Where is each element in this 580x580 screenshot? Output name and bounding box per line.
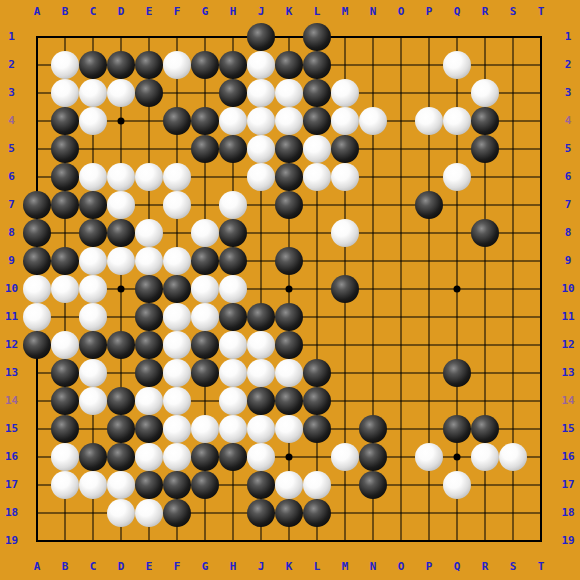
intersection-R14[interactable] <box>471 387 499 415</box>
intersection-K1[interactable] <box>275 23 303 51</box>
intersection-S17[interactable] <box>499 471 527 499</box>
intersection-M1[interactable] <box>331 23 359 51</box>
intersection-K16[interactable] <box>275 443 303 471</box>
intersection-R17[interactable] <box>471 471 499 499</box>
intersection-M13[interactable] <box>331 359 359 387</box>
intersection-L16[interactable] <box>303 443 331 471</box>
intersection-K17[interactable] <box>275 471 303 499</box>
intersection-E4[interactable] <box>135 107 163 135</box>
intersection-C2[interactable] <box>79 51 107 79</box>
intersection-A1[interactable] <box>23 23 51 51</box>
intersection-D15[interactable] <box>107 415 135 443</box>
intersection-K7[interactable] <box>275 191 303 219</box>
intersection-Q7[interactable] <box>443 191 471 219</box>
intersection-O1[interactable] <box>387 23 415 51</box>
intersection-G18[interactable] <box>191 499 219 527</box>
intersection-P12[interactable] <box>415 331 443 359</box>
intersection-F18[interactable] <box>163 499 191 527</box>
intersection-O17[interactable] <box>387 471 415 499</box>
intersection-N15[interactable] <box>359 415 387 443</box>
intersection-Q12[interactable] <box>443 331 471 359</box>
intersection-M14[interactable] <box>331 387 359 415</box>
intersection-G7[interactable] <box>191 191 219 219</box>
intersection-K18[interactable] <box>275 499 303 527</box>
intersection-N19[interactable] <box>359 527 387 555</box>
intersection-E16[interactable] <box>135 443 163 471</box>
intersection-H16[interactable] <box>219 443 247 471</box>
intersection-D3[interactable] <box>107 79 135 107</box>
intersection-S3[interactable] <box>499 79 527 107</box>
intersection-K6[interactable] <box>275 163 303 191</box>
intersection-R6[interactable] <box>471 163 499 191</box>
intersection-K4[interactable] <box>275 107 303 135</box>
intersection-Q10[interactable] <box>443 275 471 303</box>
intersection-F7[interactable] <box>163 191 191 219</box>
intersection-C10[interactable] <box>79 275 107 303</box>
intersection-Q4[interactable] <box>443 107 471 135</box>
intersection-K13[interactable] <box>275 359 303 387</box>
intersection-M2[interactable] <box>331 51 359 79</box>
intersection-A15[interactable] <box>23 415 51 443</box>
intersection-Q13[interactable] <box>443 359 471 387</box>
intersection-F9[interactable] <box>163 247 191 275</box>
intersection-N14[interactable] <box>359 387 387 415</box>
intersection-Q11[interactable] <box>443 303 471 331</box>
intersection-A4[interactable] <box>23 107 51 135</box>
intersection-O6[interactable] <box>387 163 415 191</box>
intersection-O10[interactable] <box>387 275 415 303</box>
intersection-M10[interactable] <box>331 275 359 303</box>
intersection-K12[interactable] <box>275 331 303 359</box>
intersection-P17[interactable] <box>415 471 443 499</box>
intersection-T6[interactable] <box>527 163 555 191</box>
intersection-N4[interactable] <box>359 107 387 135</box>
intersection-J4[interactable] <box>247 107 275 135</box>
intersection-D14[interactable] <box>107 387 135 415</box>
intersection-P11[interactable] <box>415 303 443 331</box>
intersection-H8[interactable] <box>219 219 247 247</box>
intersection-F17[interactable] <box>163 471 191 499</box>
intersection-T15[interactable] <box>527 415 555 443</box>
intersection-F15[interactable] <box>163 415 191 443</box>
intersection-T3[interactable] <box>527 79 555 107</box>
intersection-E10[interactable] <box>135 275 163 303</box>
intersection-O2[interactable] <box>387 51 415 79</box>
intersection-N17[interactable] <box>359 471 387 499</box>
intersection-A2[interactable] <box>23 51 51 79</box>
intersection-M12[interactable] <box>331 331 359 359</box>
intersection-T10[interactable] <box>527 275 555 303</box>
intersection-A3[interactable] <box>23 79 51 107</box>
intersection-G4[interactable] <box>191 107 219 135</box>
intersection-D4[interactable] <box>107 107 135 135</box>
intersection-G5[interactable] <box>191 135 219 163</box>
intersection-B11[interactable] <box>51 303 79 331</box>
intersection-G12[interactable] <box>191 331 219 359</box>
intersection-A5[interactable] <box>23 135 51 163</box>
intersection-J5[interactable] <box>247 135 275 163</box>
intersection-L8[interactable] <box>303 219 331 247</box>
intersection-F6[interactable] <box>163 163 191 191</box>
intersection-G1[interactable] <box>191 23 219 51</box>
intersection-L14[interactable] <box>303 387 331 415</box>
intersection-T18[interactable] <box>527 499 555 527</box>
intersection-J11[interactable] <box>247 303 275 331</box>
intersection-O15[interactable] <box>387 415 415 443</box>
intersection-H5[interactable] <box>219 135 247 163</box>
intersection-R10[interactable] <box>471 275 499 303</box>
intersection-E17[interactable] <box>135 471 163 499</box>
intersection-R7[interactable] <box>471 191 499 219</box>
intersection-F14[interactable] <box>163 387 191 415</box>
intersection-F1[interactable] <box>163 23 191 51</box>
intersection-F12[interactable] <box>163 331 191 359</box>
intersection-Q17[interactable] <box>443 471 471 499</box>
intersection-P6[interactable] <box>415 163 443 191</box>
intersection-S11[interactable] <box>499 303 527 331</box>
intersection-Q5[interactable] <box>443 135 471 163</box>
intersection-O19[interactable] <box>387 527 415 555</box>
intersection-E9[interactable] <box>135 247 163 275</box>
intersection-F2[interactable] <box>163 51 191 79</box>
intersection-D2[interactable] <box>107 51 135 79</box>
intersection-J7[interactable] <box>247 191 275 219</box>
intersection-J1[interactable] <box>247 23 275 51</box>
intersection-M8[interactable] <box>331 219 359 247</box>
intersection-T11[interactable] <box>527 303 555 331</box>
intersection-O4[interactable] <box>387 107 415 135</box>
intersection-N13[interactable] <box>359 359 387 387</box>
intersection-L4[interactable] <box>303 107 331 135</box>
intersection-S2[interactable] <box>499 51 527 79</box>
intersection-C12[interactable] <box>79 331 107 359</box>
intersection-A12[interactable] <box>23 331 51 359</box>
intersection-A10[interactable] <box>23 275 51 303</box>
intersection-R3[interactable] <box>471 79 499 107</box>
intersection-J12[interactable] <box>247 331 275 359</box>
intersection-L1[interactable] <box>303 23 331 51</box>
intersection-R5[interactable] <box>471 135 499 163</box>
intersection-G10[interactable] <box>191 275 219 303</box>
intersection-R8[interactable] <box>471 219 499 247</box>
intersection-C1[interactable] <box>79 23 107 51</box>
intersection-B12[interactable] <box>51 331 79 359</box>
intersection-S14[interactable] <box>499 387 527 415</box>
intersection-C6[interactable] <box>79 163 107 191</box>
intersection-H2[interactable] <box>219 51 247 79</box>
intersection-E14[interactable] <box>135 387 163 415</box>
intersection-S8[interactable] <box>499 219 527 247</box>
intersection-L11[interactable] <box>303 303 331 331</box>
intersection-T5[interactable] <box>527 135 555 163</box>
intersection-O12[interactable] <box>387 331 415 359</box>
intersection-E2[interactable] <box>135 51 163 79</box>
intersection-Q16[interactable] <box>443 443 471 471</box>
intersection-S1[interactable] <box>499 23 527 51</box>
intersection-D12[interactable] <box>107 331 135 359</box>
intersection-P14[interactable] <box>415 387 443 415</box>
intersection-A13[interactable] <box>23 359 51 387</box>
intersection-E1[interactable] <box>135 23 163 51</box>
intersection-O7[interactable] <box>387 191 415 219</box>
intersection-L13[interactable] <box>303 359 331 387</box>
intersection-A8[interactable] <box>23 219 51 247</box>
intersection-T2[interactable] <box>527 51 555 79</box>
intersection-E3[interactable] <box>135 79 163 107</box>
intersection-B3[interactable] <box>51 79 79 107</box>
intersection-P19[interactable] <box>415 527 443 555</box>
intersection-R16[interactable] <box>471 443 499 471</box>
intersection-A18[interactable] <box>23 499 51 527</box>
intersection-M18[interactable] <box>331 499 359 527</box>
intersection-H19[interactable] <box>219 527 247 555</box>
intersection-C8[interactable] <box>79 219 107 247</box>
intersection-F10[interactable] <box>163 275 191 303</box>
intersection-E7[interactable] <box>135 191 163 219</box>
intersection-L15[interactable] <box>303 415 331 443</box>
intersection-D16[interactable] <box>107 443 135 471</box>
intersection-H10[interactable] <box>219 275 247 303</box>
intersection-B18[interactable] <box>51 499 79 527</box>
intersection-Q2[interactable] <box>443 51 471 79</box>
intersection-J3[interactable] <box>247 79 275 107</box>
intersection-F8[interactable] <box>163 219 191 247</box>
intersection-P2[interactable] <box>415 51 443 79</box>
intersection-S4[interactable] <box>499 107 527 135</box>
intersection-J19[interactable] <box>247 527 275 555</box>
intersection-B5[interactable] <box>51 135 79 163</box>
intersection-G16[interactable] <box>191 443 219 471</box>
intersection-R12[interactable] <box>471 331 499 359</box>
intersection-H12[interactable] <box>219 331 247 359</box>
intersection-T14[interactable] <box>527 387 555 415</box>
intersection-H1[interactable] <box>219 23 247 51</box>
intersection-N10[interactable] <box>359 275 387 303</box>
intersection-C15[interactable] <box>79 415 107 443</box>
intersection-R2[interactable] <box>471 51 499 79</box>
intersection-P13[interactable] <box>415 359 443 387</box>
intersection-B13[interactable] <box>51 359 79 387</box>
intersection-M5[interactable] <box>331 135 359 163</box>
intersection-S18[interactable] <box>499 499 527 527</box>
intersection-H13[interactable] <box>219 359 247 387</box>
intersection-O3[interactable] <box>387 79 415 107</box>
intersection-H18[interactable] <box>219 499 247 527</box>
intersection-D8[interactable] <box>107 219 135 247</box>
intersection-G15[interactable] <box>191 415 219 443</box>
intersection-A17[interactable] <box>23 471 51 499</box>
intersection-N11[interactable] <box>359 303 387 331</box>
intersection-Q14[interactable] <box>443 387 471 415</box>
intersection-O13[interactable] <box>387 359 415 387</box>
intersection-C16[interactable] <box>79 443 107 471</box>
intersection-L17[interactable] <box>303 471 331 499</box>
intersection-D18[interactable] <box>107 499 135 527</box>
intersection-B8[interactable] <box>51 219 79 247</box>
intersection-N1[interactable] <box>359 23 387 51</box>
intersection-B16[interactable] <box>51 443 79 471</box>
intersection-B15[interactable] <box>51 415 79 443</box>
intersection-E12[interactable] <box>135 331 163 359</box>
intersection-K14[interactable] <box>275 387 303 415</box>
intersection-R15[interactable] <box>471 415 499 443</box>
intersection-N12[interactable] <box>359 331 387 359</box>
intersection-L19[interactable] <box>303 527 331 555</box>
intersection-L10[interactable] <box>303 275 331 303</box>
intersection-L6[interactable] <box>303 163 331 191</box>
intersection-N2[interactable] <box>359 51 387 79</box>
intersection-H3[interactable] <box>219 79 247 107</box>
intersection-B7[interactable] <box>51 191 79 219</box>
intersection-G19[interactable] <box>191 527 219 555</box>
intersection-M17[interactable] <box>331 471 359 499</box>
intersection-J8[interactable] <box>247 219 275 247</box>
intersection-D1[interactable] <box>107 23 135 51</box>
intersection-S9[interactable] <box>499 247 527 275</box>
intersection-M6[interactable] <box>331 163 359 191</box>
intersection-C18[interactable] <box>79 499 107 527</box>
intersection-N3[interactable] <box>359 79 387 107</box>
intersection-P9[interactable] <box>415 247 443 275</box>
intersection-F19[interactable] <box>163 527 191 555</box>
intersection-E5[interactable] <box>135 135 163 163</box>
intersection-M7[interactable] <box>331 191 359 219</box>
intersection-T1[interactable] <box>527 23 555 51</box>
intersection-F13[interactable] <box>163 359 191 387</box>
intersection-H14[interactable] <box>219 387 247 415</box>
intersection-M11[interactable] <box>331 303 359 331</box>
intersection-E13[interactable] <box>135 359 163 387</box>
intersection-L18[interactable] <box>303 499 331 527</box>
intersection-L5[interactable] <box>303 135 331 163</box>
intersection-L7[interactable] <box>303 191 331 219</box>
intersection-B19[interactable] <box>51 527 79 555</box>
intersection-R4[interactable] <box>471 107 499 135</box>
intersection-D19[interactable] <box>107 527 135 555</box>
intersection-J14[interactable] <box>247 387 275 415</box>
intersection-B4[interactable] <box>51 107 79 135</box>
intersection-J15[interactable] <box>247 415 275 443</box>
intersection-H15[interactable] <box>219 415 247 443</box>
intersection-A19[interactable] <box>23 527 51 555</box>
intersection-Q1[interactable] <box>443 23 471 51</box>
intersection-C7[interactable] <box>79 191 107 219</box>
intersection-H7[interactable] <box>219 191 247 219</box>
intersection-E15[interactable] <box>135 415 163 443</box>
intersection-N9[interactable] <box>359 247 387 275</box>
intersection-B17[interactable] <box>51 471 79 499</box>
intersection-M9[interactable] <box>331 247 359 275</box>
intersection-Q18[interactable] <box>443 499 471 527</box>
intersection-O5[interactable] <box>387 135 415 163</box>
intersection-H6[interactable] <box>219 163 247 191</box>
intersection-C3[interactable] <box>79 79 107 107</box>
intersection-S7[interactable] <box>499 191 527 219</box>
intersection-B2[interactable] <box>51 51 79 79</box>
intersection-T19[interactable] <box>527 527 555 555</box>
intersection-N7[interactable] <box>359 191 387 219</box>
intersection-B10[interactable] <box>51 275 79 303</box>
intersection-E6[interactable] <box>135 163 163 191</box>
intersection-S13[interactable] <box>499 359 527 387</box>
intersection-Q9[interactable] <box>443 247 471 275</box>
intersection-L2[interactable] <box>303 51 331 79</box>
intersection-C14[interactable] <box>79 387 107 415</box>
intersection-T13[interactable] <box>527 359 555 387</box>
intersection-F16[interactable] <box>163 443 191 471</box>
intersection-R13[interactable] <box>471 359 499 387</box>
intersection-Q3[interactable] <box>443 79 471 107</box>
intersection-R19[interactable] <box>471 527 499 555</box>
intersection-C5[interactable] <box>79 135 107 163</box>
intersection-K2[interactable] <box>275 51 303 79</box>
intersection-N16[interactable] <box>359 443 387 471</box>
intersection-D9[interactable] <box>107 247 135 275</box>
intersection-B14[interactable] <box>51 387 79 415</box>
intersection-F5[interactable] <box>163 135 191 163</box>
intersection-P18[interactable] <box>415 499 443 527</box>
intersection-J2[interactable] <box>247 51 275 79</box>
intersection-J18[interactable] <box>247 499 275 527</box>
intersection-K3[interactable] <box>275 79 303 107</box>
intersection-G14[interactable] <box>191 387 219 415</box>
intersection-M4[interactable] <box>331 107 359 135</box>
intersection-R1[interactable] <box>471 23 499 51</box>
intersection-A14[interactable] <box>23 387 51 415</box>
intersection-N6[interactable] <box>359 163 387 191</box>
intersection-S15[interactable] <box>499 415 527 443</box>
intersection-S19[interactable] <box>499 527 527 555</box>
intersection-J10[interactable] <box>247 275 275 303</box>
intersection-G6[interactable] <box>191 163 219 191</box>
intersection-S12[interactable] <box>499 331 527 359</box>
intersection-T4[interactable] <box>527 107 555 135</box>
intersection-G13[interactable] <box>191 359 219 387</box>
intersection-C11[interactable] <box>79 303 107 331</box>
intersection-G8[interactable] <box>191 219 219 247</box>
intersection-T17[interactable] <box>527 471 555 499</box>
intersection-O9[interactable] <box>387 247 415 275</box>
intersection-S5[interactable] <box>499 135 527 163</box>
intersection-M16[interactable] <box>331 443 359 471</box>
intersection-A16[interactable] <box>23 443 51 471</box>
intersection-C17[interactable] <box>79 471 107 499</box>
intersection-B6[interactable] <box>51 163 79 191</box>
intersection-E19[interactable] <box>135 527 163 555</box>
intersection-R18[interactable] <box>471 499 499 527</box>
intersection-P1[interactable] <box>415 23 443 51</box>
intersection-P8[interactable] <box>415 219 443 247</box>
intersection-T8[interactable] <box>527 219 555 247</box>
intersection-A6[interactable] <box>23 163 51 191</box>
intersection-E11[interactable] <box>135 303 163 331</box>
intersection-G9[interactable] <box>191 247 219 275</box>
intersection-O14[interactable] <box>387 387 415 415</box>
intersection-D17[interactable] <box>107 471 135 499</box>
intersection-L3[interactable] <box>303 79 331 107</box>
intersection-P4[interactable] <box>415 107 443 135</box>
intersection-C4[interactable] <box>79 107 107 135</box>
intersection-F3[interactable] <box>163 79 191 107</box>
intersection-J6[interactable] <box>247 163 275 191</box>
intersection-M19[interactable] <box>331 527 359 555</box>
intersection-B1[interactable] <box>51 23 79 51</box>
intersection-A7[interactable] <box>23 191 51 219</box>
intersection-G2[interactable] <box>191 51 219 79</box>
intersection-O16[interactable] <box>387 443 415 471</box>
intersection-J13[interactable] <box>247 359 275 387</box>
intersection-K11[interactable] <box>275 303 303 331</box>
